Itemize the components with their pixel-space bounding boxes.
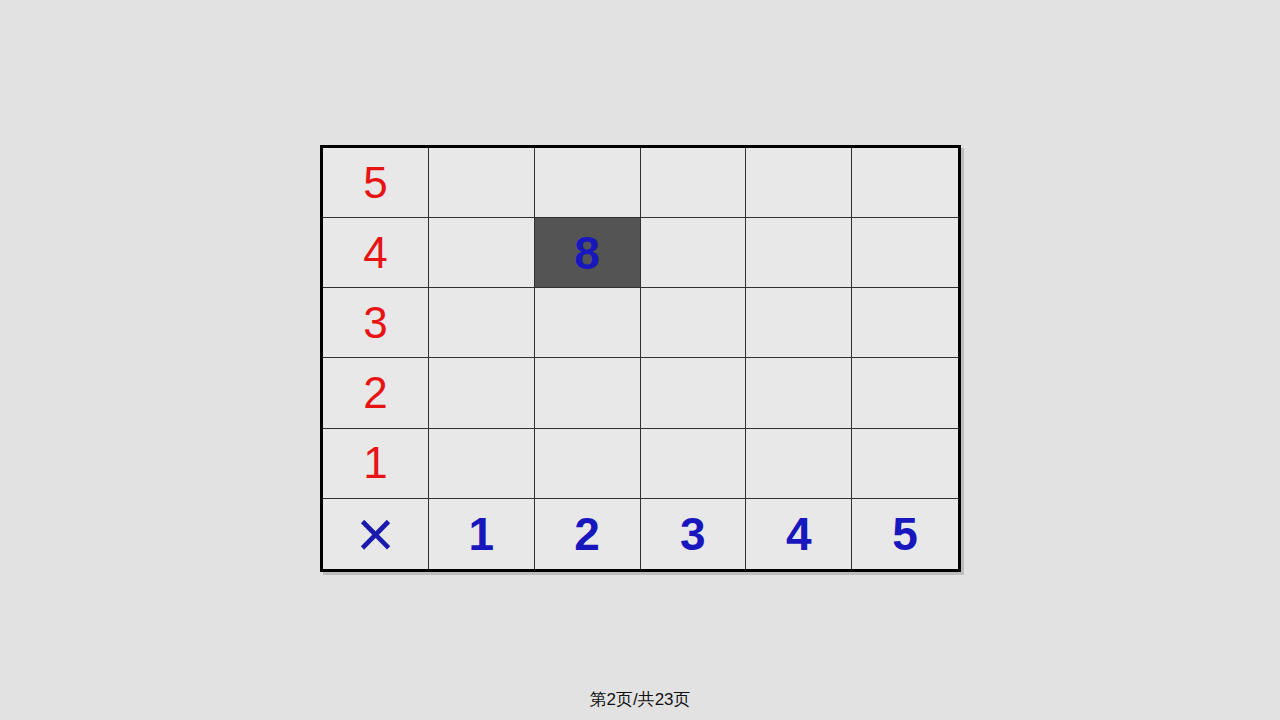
empty-cell-r1c1 bbox=[429, 218, 535, 288]
row-header-3: 3 bbox=[323, 288, 429, 358]
col-header-5: 5 bbox=[852, 499, 958, 569]
empty-cell-r2c2 bbox=[535, 288, 641, 358]
row-header-4: 4 bbox=[323, 218, 429, 288]
empty-cell-r2c1 bbox=[429, 288, 535, 358]
empty-cell-r4c5 bbox=[852, 429, 958, 499]
empty-cell-r3c5 bbox=[852, 358, 958, 428]
col-header-4: 4 bbox=[746, 499, 852, 569]
empty-cell-r3c4 bbox=[746, 358, 852, 428]
row-header-2: 2 bbox=[323, 358, 429, 428]
empty-cell-r1c5 bbox=[852, 218, 958, 288]
empty-cell-r0c3 bbox=[641, 148, 747, 218]
empty-cell-r4c3 bbox=[641, 429, 747, 499]
multiply-sign-cell: × bbox=[323, 499, 429, 569]
empty-cell-r0c2 bbox=[535, 148, 641, 218]
product-cell-4x2: 8 bbox=[535, 218, 641, 288]
empty-cell-r2c3 bbox=[641, 288, 747, 358]
row-header-1: 1 bbox=[323, 429, 429, 499]
page-indicator: 第2页/共23页 bbox=[0, 688, 1280, 711]
col-header-3: 3 bbox=[641, 499, 747, 569]
empty-cell-r0c5 bbox=[852, 148, 958, 218]
empty-cell-r1c3 bbox=[641, 218, 747, 288]
empty-cell-r3c2 bbox=[535, 358, 641, 428]
empty-cell-r2c5 bbox=[852, 288, 958, 358]
empty-cell-r0c1 bbox=[429, 148, 535, 218]
empty-cell-r4c2 bbox=[535, 429, 641, 499]
col-header-1: 1 bbox=[429, 499, 535, 569]
empty-cell-r3c3 bbox=[641, 358, 747, 428]
empty-cell-r4c4 bbox=[746, 429, 852, 499]
empty-cell-r2c4 bbox=[746, 288, 852, 358]
empty-cell-r3c1 bbox=[429, 358, 535, 428]
empty-cell-r4c1 bbox=[429, 429, 535, 499]
empty-cell-r0c4 bbox=[746, 148, 852, 218]
row-header-5: 5 bbox=[323, 148, 429, 218]
col-header-2: 2 bbox=[535, 499, 641, 569]
empty-cell-r1c4 bbox=[746, 218, 852, 288]
slide-page: 548321×12345 第2页/共23页 bbox=[0, 0, 1280, 720]
multiplication-table-board: 548321×12345 bbox=[320, 145, 961, 572]
